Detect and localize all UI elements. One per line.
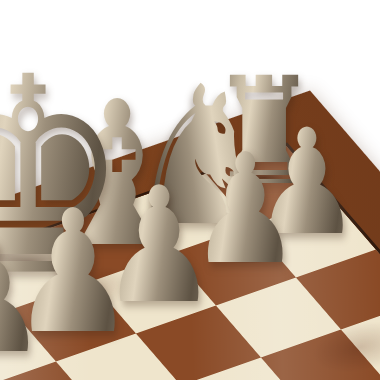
pawn-glyph: ♟ xyxy=(0,220,47,375)
chess-set-photo: ♟ ♟ ♟ ♚ ♟ ♝ ♟ ♞ ♜ xyxy=(0,0,380,380)
piece-silver-pawn-d7[interactable]: ♟ xyxy=(0,195,59,350)
